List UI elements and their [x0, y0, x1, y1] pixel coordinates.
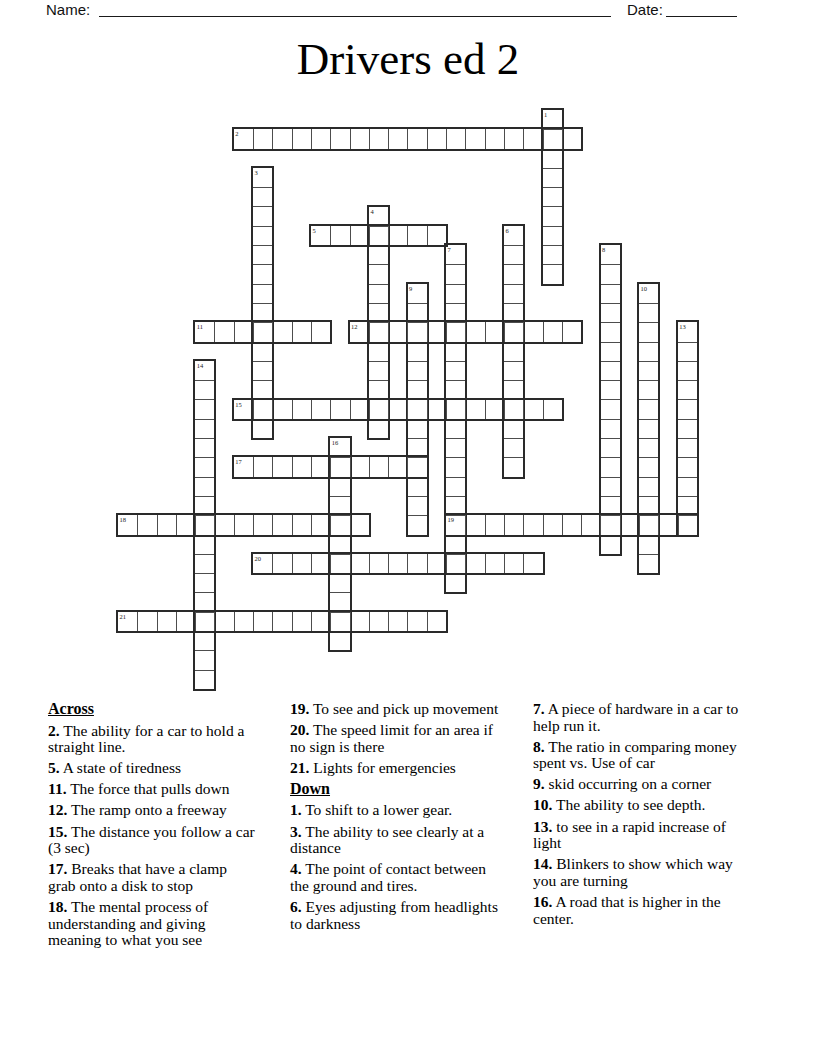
grid-cell[interactable] — [407, 322, 426, 341]
grid-cell[interactable] — [195, 322, 214, 341]
grid-cell[interactable] — [272, 400, 291, 419]
grid-cell[interactable] — [504, 342, 523, 361]
grid-cell[interactable] — [407, 129, 426, 148]
grid-cell[interactable] — [639, 438, 658, 457]
grid-cell[interactable] — [157, 515, 176, 534]
grid-cell[interactable] — [272, 457, 291, 476]
grid-cell[interactable] — [195, 612, 214, 631]
grid-cell[interactable] — [292, 515, 311, 534]
grid-cell[interactable] — [272, 129, 291, 148]
grid-cell[interactable] — [369, 361, 388, 380]
grid-cell[interactable] — [137, 612, 156, 631]
clue-2: 2. The ability for a car to hold a strai… — [48, 723, 256, 756]
grid-cell[interactable] — [427, 129, 446, 148]
clues-heading-down: Down — [290, 781, 503, 798]
entry-6-down — [502, 224, 525, 479]
grid-cell[interactable] — [485, 554, 504, 573]
grid-cell[interactable] — [639, 284, 658, 303]
name-label: Name: — [46, 1, 90, 18]
grid-cell[interactable] — [465, 515, 484, 534]
grid-cell[interactable] — [272, 322, 291, 341]
grid-cell[interactable] — [523, 129, 542, 148]
grid-cell[interactable] — [292, 457, 311, 476]
grid-cell[interactable] — [465, 400, 484, 419]
clue-13: 13. to see in a rapid increase of light — [533, 819, 755, 852]
grid-cell[interactable] — [253, 187, 272, 206]
clue-4: 4. The point of contact between the grou… — [290, 861, 503, 894]
grid-cell[interactable] — [369, 400, 388, 419]
grid-cell[interactable] — [562, 129, 581, 148]
grid-cell[interactable] — [620, 515, 639, 534]
grid-cell[interactable] — [601, 438, 620, 457]
grid-cell[interactable] — [678, 380, 697, 399]
clue-10: 10. The ability to see depth. — [533, 797, 755, 814]
grid-cell[interactable] — [504, 129, 523, 148]
grid-cell[interactable] — [504, 361, 523, 380]
grid-cell[interactable] — [427, 554, 446, 573]
grid-cell[interactable] — [330, 477, 349, 496]
entry-19-across — [444, 513, 699, 536]
grid-cell[interactable] — [446, 129, 465, 148]
grid-cell[interactable] — [369, 284, 388, 303]
grid-cell[interactable] — [292, 129, 311, 148]
grid-cell[interactable] — [523, 515, 542, 534]
grid-cell[interactable] — [272, 554, 291, 573]
grid-cell[interactable] — [465, 322, 484, 341]
grid-cell[interactable] — [214, 612, 233, 631]
grid-cell[interactable] — [446, 342, 465, 361]
grid-cell[interactable] — [253, 284, 272, 303]
grid-cell[interactable] — [562, 515, 581, 534]
grid-cell[interactable] — [253, 322, 272, 341]
grid-cell[interactable] — [292, 612, 311, 631]
grid-cell[interactable] — [446, 245, 465, 264]
grid-cell[interactable] — [369, 612, 388, 631]
clue-6: 6. Eyes adjusting from headlights to dar… — [290, 899, 503, 932]
grid-cell[interactable] — [311, 457, 330, 476]
grid-cell[interactable] — [350, 322, 369, 341]
grid-cell[interactable] — [292, 554, 311, 573]
grid-cell[interactable] — [407, 400, 426, 419]
grid-cell[interactable] — [658, 515, 677, 534]
grid-cell[interactable] — [485, 129, 504, 148]
grid-cell[interactable] — [350, 515, 369, 534]
grid-cell[interactable] — [311, 554, 330, 573]
grid-cell[interactable] — [118, 515, 137, 534]
grid-cell[interactable] — [427, 322, 446, 341]
entry-8-down — [599, 243, 622, 556]
grid-cell[interactable] — [311, 226, 330, 245]
grid-cell[interactable] — [504, 245, 523, 264]
grid-cell[interactable] — [504, 226, 523, 245]
grid-cell[interactable] — [253, 226, 272, 245]
grid-cell[interactable] — [176, 612, 195, 631]
date-field[interactable] — [666, 0, 737, 17]
clue-21: 21. Lights for emergencies — [290, 760, 503, 777]
grid-cell[interactable] — [350, 226, 369, 245]
grid-cell[interactable] — [195, 670, 214, 689]
grid-cell[interactable] — [350, 400, 369, 419]
grid-cell[interactable] — [678, 515, 697, 534]
grid-cell[interactable] — [408, 496, 427, 515]
grid-cell[interactable] — [388, 226, 407, 245]
grid-cell[interactable] — [137, 515, 156, 534]
grid-cell[interactable] — [253, 400, 272, 419]
grid-cell[interactable] — [195, 477, 214, 496]
grid-cell[interactable] — [639, 399, 658, 418]
grid-cell[interactable] — [253, 342, 272, 361]
grid-cell[interactable] — [639, 515, 658, 534]
grid-cell[interactable] — [639, 535, 658, 554]
grid-cell[interactable] — [330, 515, 349, 534]
entry-17-across — [232, 455, 429, 478]
grid-cell[interactable] — [195, 573, 214, 592]
clue-18: 18. The mental process of understanding … — [48, 899, 256, 949]
grid-cell[interactable] — [639, 457, 658, 476]
grid-cell[interactable] — [195, 380, 214, 399]
grid-cell[interactable] — [601, 419, 620, 438]
grid-cell[interactable] — [639, 477, 658, 496]
grid-cell[interactable] — [369, 129, 388, 148]
grid-cell[interactable] — [253, 457, 272, 476]
grid-cell[interactable] — [350, 129, 369, 148]
grid-cell[interactable] — [601, 399, 620, 418]
grid-cell[interactable] — [504, 284, 523, 303]
grid-cell[interactable] — [253, 419, 272, 438]
grid-cell[interactable] — [253, 361, 272, 380]
grid-cell[interactable] — [388, 322, 407, 341]
grid-cell[interactable] — [504, 264, 523, 283]
grid-cell[interactable] — [330, 573, 349, 592]
grid-cell[interactable] — [388, 612, 407, 631]
grid-cell[interactable] — [272, 515, 291, 534]
grid-cell[interactable] — [157, 612, 176, 631]
grid-cell[interactable] — [601, 303, 620, 322]
grid-cell[interactable] — [195, 399, 214, 418]
grid-cell[interactable] — [369, 554, 388, 573]
grid-cell[interactable] — [330, 226, 349, 245]
clue-column-across: Across2. The ability for a car to hold a… — [48, 701, 256, 953]
grid-cell[interactable] — [504, 515, 523, 534]
grid-cell[interactable] — [446, 457, 465, 476]
grid-cell[interactable] — [601, 361, 620, 380]
grid-cell[interactable] — [214, 515, 233, 534]
clues-heading-across: Across — [48, 701, 256, 718]
grid-cell[interactable] — [543, 206, 562, 225]
grid-cell[interactable] — [350, 457, 369, 476]
grid-cell[interactable] — [330, 129, 349, 148]
grid-cell[interactable] — [639, 303, 658, 322]
name-field[interactable] — [99, 0, 611, 17]
grid-cell[interactable] — [504, 419, 523, 438]
clue-column-down: 7. A piece of hardware in a car to help … — [533, 701, 755, 932]
grid-cell[interactable] — [601, 342, 620, 361]
entry-15-across — [232, 398, 564, 421]
grid-cell[interactable] — [330, 400, 349, 419]
grid-cell[interactable] — [369, 322, 388, 341]
grid-cell[interactable] — [369, 457, 388, 476]
grid-cell[interactable] — [195, 361, 214, 380]
grid-cell[interactable] — [639, 554, 658, 573]
grid-cell[interactable] — [543, 149, 562, 168]
entry-18-across — [116, 513, 371, 536]
grid-cell[interactable] — [408, 419, 427, 438]
grid-cell[interactable] — [195, 457, 214, 476]
grid-cell[interactable] — [523, 322, 542, 341]
grid-cell[interactable] — [543, 400, 562, 419]
grid-cell[interactable] — [195, 554, 214, 573]
clue-1: 1. To shift to a lower gear. — [290, 802, 503, 819]
clue-column-middle: 19. To see and pick up movement20. The s… — [290, 701, 503, 937]
clue-11: 11. The force that pulls down — [48, 781, 256, 798]
grid-cell[interactable] — [504, 438, 523, 457]
grid-cell[interactable] — [253, 129, 272, 148]
clue-7: 7. A piece of hardware in a car to help … — [533, 701, 755, 734]
clue-15: 15. The distance you follow a car (3 sec… — [48, 824, 256, 857]
grid-cell[interactable] — [311, 322, 330, 341]
grid-cell[interactable] — [523, 400, 542, 419]
grid-cell[interactable] — [369, 226, 388, 245]
entry-21-across — [116, 610, 448, 633]
grid-cell[interactable] — [214, 322, 233, 341]
grid-cell[interactable] — [369, 245, 388, 264]
grid-cell[interactable] — [253, 245, 272, 264]
clue-5: 5. A state of tiredness — [48, 760, 256, 777]
grid-cell[interactable] — [523, 554, 542, 573]
grid-cell[interactable] — [369, 419, 388, 438]
clue-9: 9. skid occurring on a corner — [533, 776, 755, 793]
grid-cell[interactable] — [543, 168, 562, 187]
clue-8: 8. The ratio in comparing money spent vs… — [533, 739, 755, 772]
grid-cell[interactable] — [446, 438, 465, 457]
grid-cell[interactable] — [504, 400, 523, 419]
grid-cell[interactable] — [330, 612, 349, 631]
grid-cell[interactable] — [543, 245, 562, 264]
grid-cell[interactable] — [543, 226, 562, 245]
grid-cell[interactable] — [272, 612, 291, 631]
grid-cell[interactable] — [465, 554, 484, 573]
grid-cell[interactable] — [601, 245, 620, 264]
grid-cell[interactable] — [446, 573, 465, 592]
grid-cell[interactable] — [195, 650, 214, 669]
grid-cell[interactable] — [408, 361, 427, 380]
crossword-grid: 123456789101112131415161718192021 — [118, 110, 698, 690]
grid-cell[interactable] — [253, 264, 272, 283]
grid-cell[interactable] — [408, 477, 427, 496]
date-label: Date: — [627, 1, 663, 18]
grid-cell[interactable] — [118, 612, 137, 631]
grid-cell[interactable] — [330, 554, 349, 573]
grid-cell[interactable] — [601, 264, 620, 283]
grid-cell[interactable] — [369, 342, 388, 361]
entry-2-across — [232, 127, 583, 150]
grid-cell[interactable] — [234, 515, 253, 534]
grid-cell[interactable] — [234, 322, 253, 341]
grid-cell[interactable] — [195, 631, 214, 650]
grid-cell[interactable] — [234, 129, 253, 148]
grid-cell[interactable] — [311, 612, 330, 631]
grid-cell[interactable] — [234, 612, 253, 631]
grid-cell[interactable] — [407, 612, 426, 631]
grid-cell[interactable] — [601, 284, 620, 303]
clue-16: 16. A road that is higher in the center. — [533, 894, 755, 927]
grid-cell[interactable] — [446, 554, 465, 573]
grid-cell[interactable] — [407, 554, 426, 573]
grid-cell[interactable] — [253, 206, 272, 225]
grid-cell[interactable] — [639, 361, 658, 380]
grid-cell[interactable] — [407, 457, 426, 476]
grid-cell[interactable] — [407, 226, 426, 245]
grid-cell[interactable] — [485, 400, 504, 419]
grid-cell[interactable] — [195, 419, 214, 438]
clue-12: 12. The ramp onto a freeway — [48, 802, 256, 819]
grid-cell[interactable] — [639, 322, 658, 341]
grid-cell[interactable] — [446, 322, 465, 341]
grid-cell[interactable] — [408, 515, 427, 534]
grid-cell[interactable] — [562, 322, 581, 341]
grid-cell[interactable] — [311, 515, 330, 534]
grid-cell[interactable] — [465, 129, 484, 148]
grid-cell[interactable] — [485, 515, 504, 534]
grid-cell[interactable] — [253, 554, 272, 573]
grid-cell[interactable] — [388, 400, 407, 419]
grid-cell[interactable] — [350, 612, 369, 631]
grid-cell[interactable] — [234, 457, 253, 476]
grid-cell[interactable] — [543, 515, 562, 534]
grid-cell[interactable] — [176, 515, 195, 534]
grid-cell[interactable] — [195, 515, 214, 534]
clue-17: 17. Breaks that have a clamp grab onto a… — [48, 861, 256, 894]
grid-cell[interactable] — [601, 535, 620, 554]
clue-3: 3. The ability to see clearly at a dista… — [290, 824, 503, 857]
grid-cell[interactable] — [446, 419, 465, 438]
grid-cell[interactable] — [504, 457, 523, 476]
grid-cell[interactable] — [311, 400, 330, 419]
grid-cell[interactable] — [292, 400, 311, 419]
grid-cell[interactable] — [678, 361, 697, 380]
grid-cell[interactable] — [678, 477, 697, 496]
entry-20-across — [251, 552, 545, 575]
grid-cell[interactable] — [639, 380, 658, 399]
grid-cell[interactable] — [639, 342, 658, 361]
clue-20: 20. The speed limit for an area if no si… — [290, 722, 503, 755]
grid-cell[interactable] — [446, 515, 465, 534]
entry-12-across — [348, 320, 584, 343]
grid-cell[interactable] — [678, 322, 697, 341]
grid-cell[interactable] — [601, 457, 620, 476]
grid-cell[interactable] — [581, 515, 600, 534]
grid-cell[interactable] — [504, 322, 523, 341]
grid-cell[interactable] — [369, 264, 388, 283]
grid-cell[interactable] — [678, 457, 697, 476]
grid-cell[interactable] — [446, 477, 465, 496]
grid-cell[interactable] — [446, 361, 465, 380]
grid-cell[interactable] — [311, 129, 330, 148]
grid-cell[interactable] — [330, 631, 349, 650]
page-title: Drivers ed 2 — [0, 33, 816, 85]
grid-cell[interactable] — [234, 400, 253, 419]
grid-cell[interactable] — [601, 477, 620, 496]
grid-cell[interactable] — [388, 554, 407, 573]
grid-cell[interactable] — [485, 322, 504, 341]
grid-cell[interactable] — [388, 457, 407, 476]
grid-cell[interactable] — [601, 380, 620, 399]
grid-cell[interactable] — [427, 400, 446, 419]
grid-cell[interactable] — [639, 419, 658, 438]
grid-cell[interactable] — [678, 419, 697, 438]
grid-cell[interactable] — [330, 457, 349, 476]
grid-cell[interactable] — [253, 515, 272, 534]
grid-cell[interactable] — [427, 612, 446, 631]
grid-cell[interactable] — [600, 515, 619, 534]
grid-cell[interactable] — [292, 322, 311, 341]
entry-13-down — [676, 320, 699, 536]
grid-cell[interactable] — [601, 322, 620, 341]
grid-cell[interactable] — [408, 284, 427, 303]
grid-cell[interactable] — [446, 400, 465, 419]
grid-cell[interactable] — [678, 342, 697, 361]
grid-cell[interactable] — [195, 438, 214, 457]
grid-cell[interactable] — [446, 264, 465, 283]
grid-cell[interactable] — [350, 554, 369, 573]
grid-cell[interactable] — [408, 342, 427, 361]
grid-cell[interactable] — [543, 129, 562, 148]
clue-14: 14. Blinkers to show which way you are t… — [533, 856, 755, 889]
grid-cell[interactable] — [504, 554, 523, 573]
grid-cell[interactable] — [543, 264, 562, 283]
grid-cell[interactable] — [678, 399, 697, 418]
grid-cell[interactable] — [388, 129, 407, 148]
grid-cell[interactable] — [253, 168, 272, 187]
grid-cell[interactable] — [543, 187, 562, 206]
grid-cell[interactable] — [446, 284, 465, 303]
entry-5-across — [309, 224, 448, 247]
clue-19: 19. To see and pick up movement — [290, 701, 503, 718]
grid-cell[interactable] — [253, 612, 272, 631]
grid-cell[interactable] — [543, 322, 562, 341]
grid-cell[interactable] — [678, 438, 697, 457]
entry-11-across — [193, 320, 332, 343]
grid-cell[interactable] — [195, 535, 214, 554]
